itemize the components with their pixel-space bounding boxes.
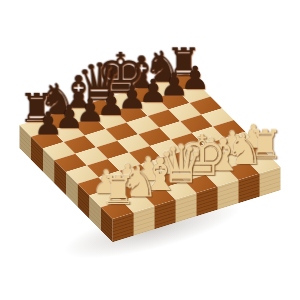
piece-black-pawn-a7[interactable]: ♟: [34, 108, 63, 140]
chess-set-photo: ♜♞♝♛♚♝♞♜♟♟♟♟♟♟♟♟♟♟♟♟♟♟♟♟♜♞♝♛♚♝♞♜: [0, 0, 300, 300]
side-block: [260, 167, 281, 197]
chess-board: ♜♞♝♛♚♝♞♜♟♟♟♟♟♟♟♟♟♟♟♟♟♟♟♟♜♞♝♛♚♝♞♜: [19, 73, 280, 219]
piece-white-rook-a1[interactable]: ♜: [100, 170, 136, 210]
